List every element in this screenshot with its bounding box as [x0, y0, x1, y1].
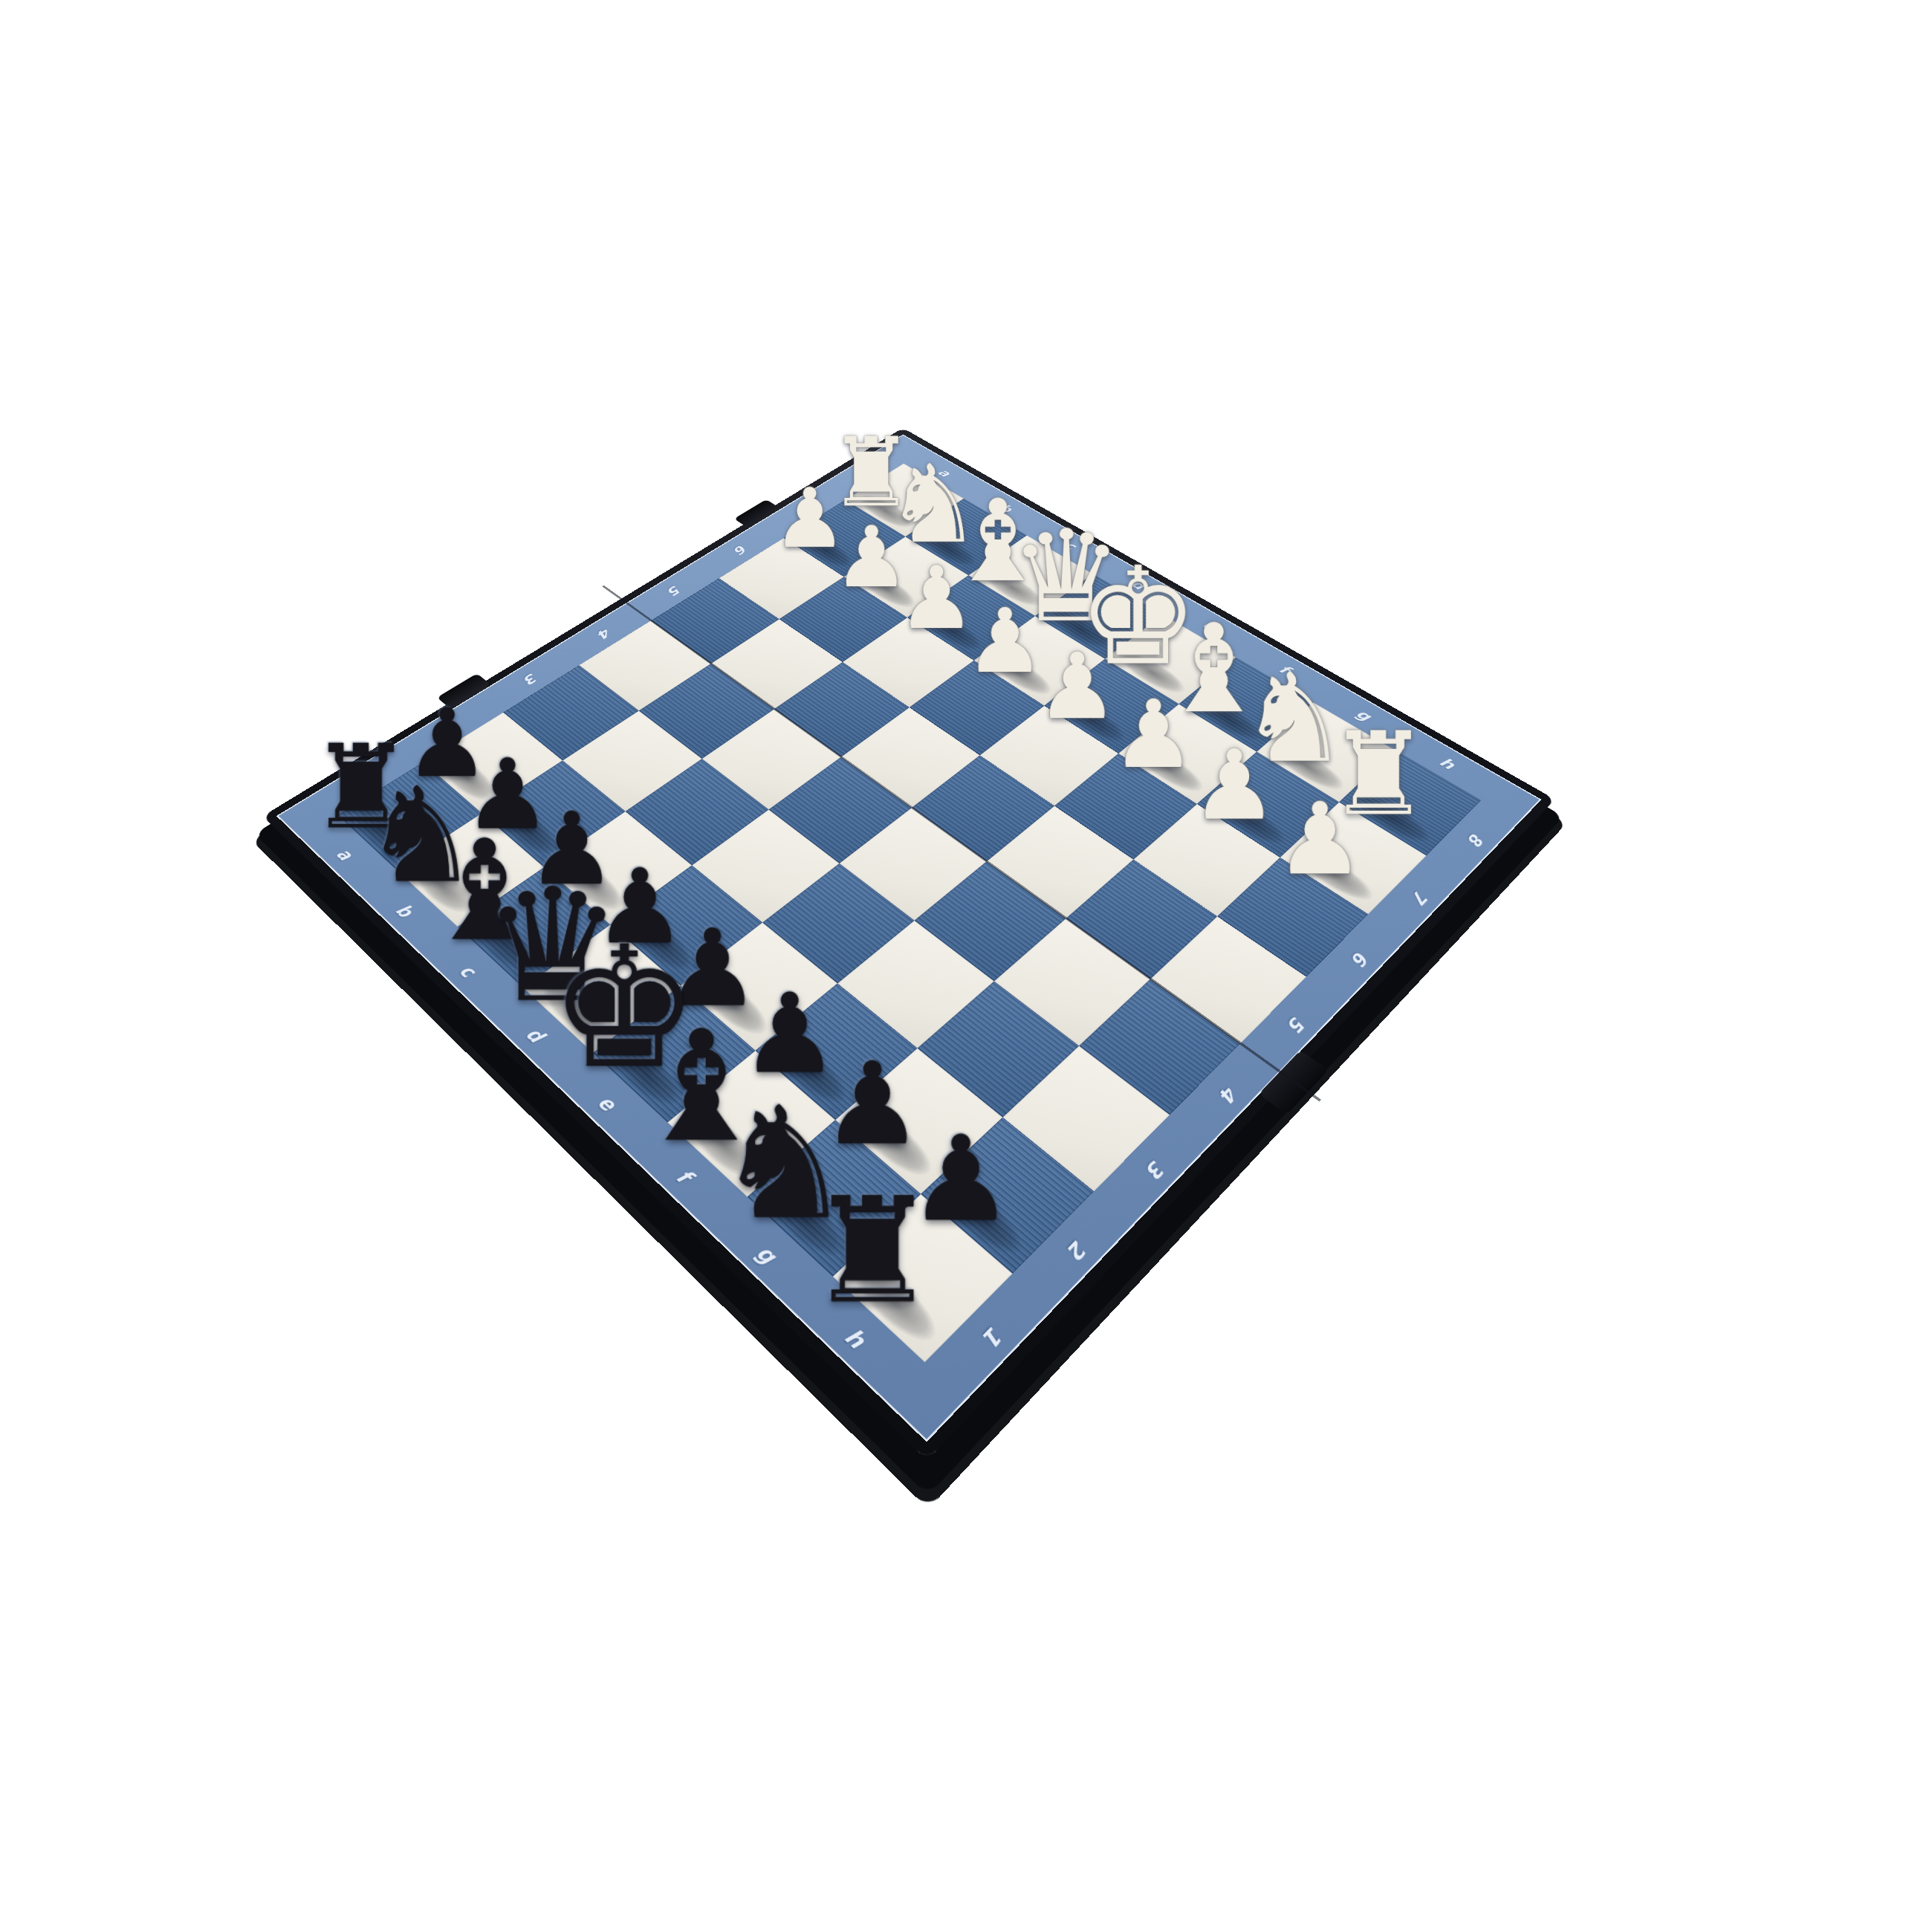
board-grid: ♜♞♝♛♚♝♞♜♟♟♟♟♟♟♟♟♟♟♟♟♟♟♟♟♜♞♝♛♚♝♞♜	[338, 464, 1481, 1362]
file-label-bottom-e: e	[592, 1091, 621, 1115]
rank-label-left-3: 3	[520, 671, 542, 687]
white-pawn-d7[interactable]: ♟	[965, 597, 1045, 685]
rank-label-right-2: 2	[1062, 1236, 1093, 1264]
rank-label-right-1: 1	[977, 1321, 1009, 1351]
board-frame: ♜♞♝♛♚♝♞♜♟♟♟♟♟♟♟♟♟♟♟♟♟♟♟♟♜♞♝♛♚♝♞♜ aa88bb7…	[262, 428, 1555, 1461]
file-label-bottom-c: c	[455, 961, 482, 982]
white-pawn-g7[interactable]: ♟	[1191, 737, 1277, 834]
file-label-top-h: h	[1436, 755, 1458, 773]
rank-label-right-8: 8	[1463, 830, 1489, 849]
white-pawn-f7[interactable]: ♟	[1112, 688, 1196, 782]
file-label-bottom-a: a	[331, 845, 357, 863]
rank-label-right-3: 3	[1141, 1156, 1170, 1182]
coordinate-border: ♜♞♝♛♚♝♞♜♟♟♟♟♟♟♟♟♟♟♟♟♟♟♟♟♜♞♝♛♚♝♞♜ aa88bb7…	[276, 435, 1541, 1442]
file-label-bottom-f: f	[671, 1165, 697, 1188]
white-pawn-e7[interactable]: ♟	[1037, 641, 1118, 733]
rank-label-right-4: 4	[1214, 1082, 1243, 1106]
square-d5[interactable]	[841, 707, 980, 808]
file-label-bottom-b: b	[391, 901, 418, 921]
file-label-bottom-h: h	[839, 1323, 871, 1354]
rank-label-left-4: 4	[594, 626, 615, 641]
rank-label-right-6: 6	[1346, 948, 1374, 969]
white-pawn-h7[interactable]: ♟	[1275, 790, 1364, 889]
rank-label-left-5: 5	[664, 583, 684, 597]
white-pawn-c7[interactable]: ♟	[898, 555, 975, 641]
rank-label-left-6: 6	[730, 542, 751, 556]
file-label-bottom-d: d	[521, 1023, 550, 1046]
product-photo-scene: ♜♞♝♛♚♝♞♜♟♟♟♟♟♟♟♟♟♟♟♟♟♟♟♟♜♞♝♛♚♝♞♜ aa88bb7…	[0, 0, 1932, 1932]
file-label-bottom-g: g	[751, 1240, 782, 1268]
black-rook-h1[interactable]: ♜	[808, 1179, 938, 1323]
chess-board: ♜♞♝♛♚♝♞♜♟♟♟♟♟♟♟♟♟♟♟♟♟♟♟♟♜♞♝♛♚♝♞♜ aa88bb7…	[262, 428, 1555, 1461]
rank-label-right-5: 5	[1283, 1013, 1311, 1035]
rank-label-right-7: 7	[1407, 887, 1433, 907]
